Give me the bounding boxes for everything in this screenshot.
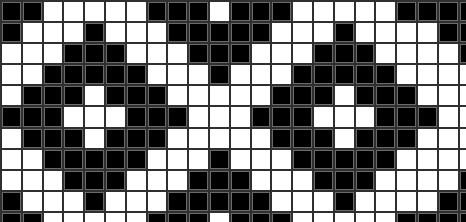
grid-cell xyxy=(2,129,21,148)
grid-cell xyxy=(148,23,167,42)
grid-cell xyxy=(64,129,83,148)
grid-cell xyxy=(2,213,21,222)
grid-cell xyxy=(356,171,375,190)
grid-cell xyxy=(210,213,229,222)
grid-cell xyxy=(314,23,333,42)
grid-cell xyxy=(293,213,312,222)
grid-cell xyxy=(44,107,63,126)
grid-cell xyxy=(335,192,354,211)
grid-cell xyxy=(314,44,333,63)
grid-cell xyxy=(231,2,250,21)
grid-cell xyxy=(210,129,229,148)
grid-cell xyxy=(231,86,250,105)
grid-cell xyxy=(252,129,271,148)
grid-cell xyxy=(272,171,291,190)
grid-cell xyxy=(231,129,250,148)
grid-cell xyxy=(293,192,312,211)
grid-cell xyxy=(23,171,42,190)
grid-cell xyxy=(23,86,42,105)
grid-cell xyxy=(148,192,167,211)
grid-cell xyxy=(148,86,167,105)
grid-cell xyxy=(356,150,375,169)
grid-cell xyxy=(376,65,395,84)
grid-cell xyxy=(44,23,63,42)
grid-cell xyxy=(272,129,291,148)
grid-cell xyxy=(397,2,416,21)
grid-cell xyxy=(418,192,437,211)
grid-cell xyxy=(314,86,333,105)
grid-cell xyxy=(127,2,146,21)
grid-cell xyxy=(252,150,271,169)
grid-cell xyxy=(439,65,458,84)
grid-cell xyxy=(189,86,208,105)
grid-cell xyxy=(314,107,333,126)
grid-cell xyxy=(23,44,42,63)
grid-cell xyxy=(2,192,21,211)
grid-cell xyxy=(439,107,458,126)
grid-cell xyxy=(293,150,312,169)
grid-cell xyxy=(189,65,208,84)
grid-cell xyxy=(231,65,250,84)
grid-cell xyxy=(335,44,354,63)
grid-cell xyxy=(439,86,458,105)
grid-cell xyxy=(418,65,437,84)
grid-cell xyxy=(148,171,167,190)
grid-cell xyxy=(85,150,104,169)
grid-cell xyxy=(168,2,187,21)
grid-cell xyxy=(127,171,146,190)
grid-cell xyxy=(397,65,416,84)
grid-cell xyxy=(356,86,375,105)
grid-cell xyxy=(106,44,125,63)
grid-cell xyxy=(397,107,416,126)
grid-cell xyxy=(106,23,125,42)
grid-cell xyxy=(418,129,437,148)
grid-cell xyxy=(460,44,466,63)
grid-cell xyxy=(356,23,375,42)
grid-cell xyxy=(189,192,208,211)
grid-cell xyxy=(106,107,125,126)
grid-cell xyxy=(85,171,104,190)
grid-cell xyxy=(64,23,83,42)
grid-cell xyxy=(418,2,437,21)
grid-cell xyxy=(127,129,146,148)
grid-cell xyxy=(460,192,466,211)
grid-cell xyxy=(189,44,208,63)
grid-cell xyxy=(272,150,291,169)
grid-cell xyxy=(168,192,187,211)
grid-cell xyxy=(189,107,208,126)
grid-cell xyxy=(210,86,229,105)
grid-cell xyxy=(376,150,395,169)
grid-cell xyxy=(314,2,333,21)
grid-cell xyxy=(460,107,466,126)
grid-cell xyxy=(44,150,63,169)
grid-cell xyxy=(168,23,187,42)
grid-cell xyxy=(335,86,354,105)
grid-cell xyxy=(210,44,229,63)
grid-cell xyxy=(148,150,167,169)
grid-cell xyxy=(293,65,312,84)
grid-cell xyxy=(314,213,333,222)
grid-cell xyxy=(168,129,187,148)
grid-cell xyxy=(314,192,333,211)
grid-cell xyxy=(376,2,395,21)
grid-cell xyxy=(252,213,271,222)
grid-cell xyxy=(44,213,63,222)
grid-cell xyxy=(85,213,104,222)
grid-cell xyxy=(189,23,208,42)
grid-cell xyxy=(397,171,416,190)
grid-cell xyxy=(418,86,437,105)
grid-cell xyxy=(148,65,167,84)
grid-cell xyxy=(23,65,42,84)
grid-cell xyxy=(2,107,21,126)
grid-cell xyxy=(210,65,229,84)
grid-cell xyxy=(2,23,21,42)
grid-cell xyxy=(314,129,333,148)
grid-cell xyxy=(356,44,375,63)
grid-cell xyxy=(2,2,21,21)
grid-cell xyxy=(106,192,125,211)
grid-cell xyxy=(460,213,466,222)
grid-cell xyxy=(127,150,146,169)
grid-cell xyxy=(127,107,146,126)
grid-cell xyxy=(376,171,395,190)
grid-cell xyxy=(439,150,458,169)
grid-cell xyxy=(356,107,375,126)
grid-cell xyxy=(460,86,466,105)
grid-cell xyxy=(106,2,125,21)
grid-cell xyxy=(231,192,250,211)
grid-cell xyxy=(23,213,42,222)
grid-cell xyxy=(2,150,21,169)
grid-cell xyxy=(460,2,466,21)
grid-cell xyxy=(189,171,208,190)
grid-cell xyxy=(272,213,291,222)
grid-cell xyxy=(23,192,42,211)
grid-cell xyxy=(397,129,416,148)
grid-cell xyxy=(314,171,333,190)
grid-cell xyxy=(168,107,187,126)
grid-cell xyxy=(23,2,42,21)
grid-cell xyxy=(252,192,271,211)
grid-cell xyxy=(439,23,458,42)
grid-cell xyxy=(335,65,354,84)
grid-cell xyxy=(397,192,416,211)
grid-cell xyxy=(272,23,291,42)
grid-cell xyxy=(356,213,375,222)
grid-cell xyxy=(376,129,395,148)
grid-cell xyxy=(356,2,375,21)
grid-cell xyxy=(106,86,125,105)
grid-cell xyxy=(335,107,354,126)
grid-cell xyxy=(439,213,458,222)
grid-cell xyxy=(335,2,354,21)
grid-cell xyxy=(460,65,466,84)
grid-cell xyxy=(64,171,83,190)
grid-cell xyxy=(85,192,104,211)
grid-cell xyxy=(335,213,354,222)
grid-cell xyxy=(64,2,83,21)
grid-cell xyxy=(460,129,466,148)
grid-cell xyxy=(314,65,333,84)
grid-cell xyxy=(2,171,21,190)
grid-cell xyxy=(231,107,250,126)
grid-cell xyxy=(418,44,437,63)
grid-cell xyxy=(23,23,42,42)
grid-cell xyxy=(106,129,125,148)
grid-cell xyxy=(64,86,83,105)
grid-cell xyxy=(44,44,63,63)
grid-cell xyxy=(44,192,63,211)
grid-cell xyxy=(210,2,229,21)
grid-cell xyxy=(439,129,458,148)
grid-cell xyxy=(293,86,312,105)
grid-cell xyxy=(231,44,250,63)
grid-cell xyxy=(439,2,458,21)
grid-cell xyxy=(85,107,104,126)
grid-cell xyxy=(85,2,104,21)
grid-cell xyxy=(127,192,146,211)
grid-cell xyxy=(460,23,466,42)
grid-cell xyxy=(127,65,146,84)
grid-cell xyxy=(397,213,416,222)
grid-cell xyxy=(64,213,83,222)
grid-cell xyxy=(168,44,187,63)
grid-cell xyxy=(397,86,416,105)
grid-cell xyxy=(376,23,395,42)
grid-cell xyxy=(252,107,271,126)
grid-cell xyxy=(335,129,354,148)
grid-cell xyxy=(210,171,229,190)
grid-cell xyxy=(23,150,42,169)
grid-cell xyxy=(397,150,416,169)
grid-cell xyxy=(44,65,63,84)
grid-cell xyxy=(106,171,125,190)
grid-cell xyxy=(189,150,208,169)
grid-cell xyxy=(148,129,167,148)
grid-cell xyxy=(106,213,125,222)
grid-cell xyxy=(148,213,167,222)
grid-cell xyxy=(460,171,466,190)
grid-cell xyxy=(148,44,167,63)
grid-cell xyxy=(44,86,63,105)
grid-cell xyxy=(439,192,458,211)
grid-cell xyxy=(397,44,416,63)
grid-cell xyxy=(376,192,395,211)
grid-cell xyxy=(210,150,229,169)
grid-cell xyxy=(106,65,125,84)
grid-cell xyxy=(127,23,146,42)
grid-cell xyxy=(127,44,146,63)
grid-cell xyxy=(252,65,271,84)
grid-cell xyxy=(64,44,83,63)
grid-cell xyxy=(210,23,229,42)
grid-cell xyxy=(64,65,83,84)
grid-cell xyxy=(356,192,375,211)
grid-cell xyxy=(376,213,395,222)
grid-cell xyxy=(231,23,250,42)
grid-cell xyxy=(272,65,291,84)
grid-cell xyxy=(106,150,125,169)
grid-cell xyxy=(168,150,187,169)
grid-cell xyxy=(44,2,63,21)
grid-cell xyxy=(189,213,208,222)
grid-cell xyxy=(252,171,271,190)
grid-cell xyxy=(418,150,437,169)
grid-cell xyxy=(189,2,208,21)
grid-cell xyxy=(127,213,146,222)
grid-cell xyxy=(439,44,458,63)
grid-cell xyxy=(272,86,291,105)
grid-cell xyxy=(168,86,187,105)
grid-cell xyxy=(44,171,63,190)
grid-cell xyxy=(335,150,354,169)
grid-cell xyxy=(2,44,21,63)
grid-cell xyxy=(356,129,375,148)
grid-cell xyxy=(293,23,312,42)
grid-cell xyxy=(2,65,21,84)
grid-cell xyxy=(376,107,395,126)
grid-cell xyxy=(272,192,291,211)
grid-cell xyxy=(85,65,104,84)
grid-cell xyxy=(252,44,271,63)
grid-cell xyxy=(210,107,229,126)
grid-cell xyxy=(397,23,416,42)
grid-cell xyxy=(272,44,291,63)
grid-cell xyxy=(356,65,375,84)
pattern-image xyxy=(0,0,466,222)
grid-cell xyxy=(23,107,42,126)
grid-cell xyxy=(85,86,104,105)
grid-cell xyxy=(168,65,187,84)
grid-cell xyxy=(231,150,250,169)
grid-cell xyxy=(293,2,312,21)
grid-cell xyxy=(148,107,167,126)
grid-cell xyxy=(439,171,458,190)
grid-cell xyxy=(85,129,104,148)
grid-cell xyxy=(376,86,395,105)
pattern-grid xyxy=(0,0,466,222)
grid-cell xyxy=(272,2,291,21)
grid-cell xyxy=(168,171,187,190)
grid-cell xyxy=(44,129,63,148)
grid-cell xyxy=(64,107,83,126)
grid-cell xyxy=(252,86,271,105)
grid-cell xyxy=(168,213,187,222)
grid-cell xyxy=(148,2,167,21)
grid-cell xyxy=(252,23,271,42)
grid-cell xyxy=(210,192,229,211)
grid-cell xyxy=(376,44,395,63)
grid-cell xyxy=(418,23,437,42)
grid-cell xyxy=(418,213,437,222)
grid-cell xyxy=(23,129,42,148)
grid-cell xyxy=(272,107,291,126)
grid-cell xyxy=(460,150,466,169)
grid-cell xyxy=(293,44,312,63)
grid-cell xyxy=(64,150,83,169)
grid-cell xyxy=(231,213,250,222)
grid-cell xyxy=(252,2,271,21)
grid-cell xyxy=(189,129,208,148)
grid-cell xyxy=(335,23,354,42)
grid-cell xyxy=(293,107,312,126)
grid-cell xyxy=(2,86,21,105)
grid-cell xyxy=(418,107,437,126)
grid-cell xyxy=(314,150,333,169)
grid-cell xyxy=(335,171,354,190)
grid-cell xyxy=(85,23,104,42)
grid-cell xyxy=(127,86,146,105)
grid-cell xyxy=(85,44,104,63)
grid-cell xyxy=(293,171,312,190)
grid-cell xyxy=(418,171,437,190)
grid-cell xyxy=(231,171,250,190)
grid-cell xyxy=(64,192,83,211)
grid-cell xyxy=(293,129,312,148)
